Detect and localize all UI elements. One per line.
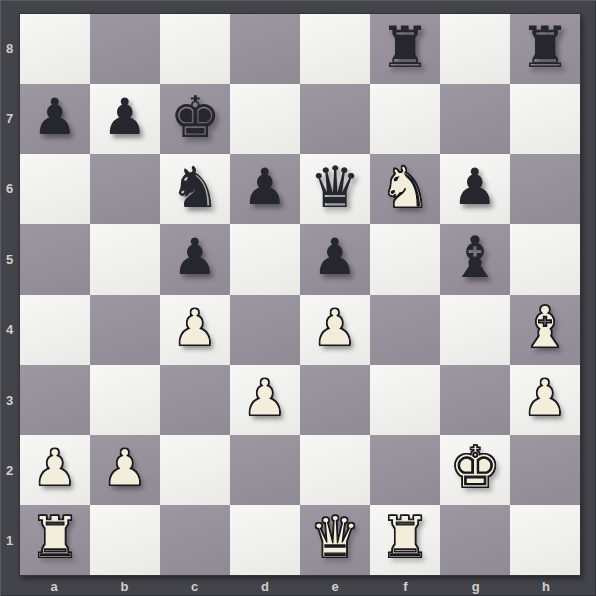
square-a1[interactable]: ♜ — [20, 505, 90, 575]
square-d7[interactable] — [230, 84, 300, 154]
square-b6[interactable] — [90, 154, 160, 224]
square-f5[interactable] — [370, 224, 440, 294]
file-label-f: f — [370, 576, 440, 596]
square-b4[interactable] — [90, 295, 160, 365]
square-a2[interactable]: ♟ — [20, 435, 90, 505]
square-h5[interactable] — [510, 224, 580, 294]
square-d3[interactable]: ♟ — [230, 365, 300, 435]
square-b2[interactable]: ♟ — [90, 435, 160, 505]
piece-black-pawn[interactable]: ♟ — [453, 162, 498, 212]
piece-white-king[interactable]: ♚ — [449, 439, 500, 496]
piece-white-queen[interactable]: ♛ — [309, 509, 360, 566]
square-h1[interactable] — [510, 505, 580, 575]
square-a3[interactable] — [20, 365, 90, 435]
square-g2[interactable]: ♚ — [440, 435, 510, 505]
square-h4[interactable]: ♝ — [510, 295, 580, 365]
square-a5[interactable] — [20, 224, 90, 294]
square-c5[interactable]: ♟ — [160, 224, 230, 294]
square-g4[interactable] — [440, 295, 510, 365]
square-f2[interactable] — [370, 435, 440, 505]
square-g1[interactable] — [440, 505, 510, 575]
square-f4[interactable] — [370, 295, 440, 365]
chess-board: ♜♜♟♟♚♞♟♛♞♟♟♟♝♟♟♝♟♟♟♟♚♜♛♜ — [19, 13, 581, 576]
rank-label-3: 3 — [0, 365, 19, 435]
piece-white-pawn[interactable]: ♟ — [523, 373, 568, 423]
square-g3[interactable] — [440, 365, 510, 435]
square-d4[interactable] — [230, 295, 300, 365]
piece-white-pawn[interactable]: ♟ — [243, 373, 288, 423]
square-e6[interactable]: ♛ — [300, 154, 370, 224]
square-g6[interactable]: ♟ — [440, 154, 510, 224]
rank-label-1: 1 — [0, 506, 19, 576]
file-label-d: d — [230, 576, 300, 596]
square-b3[interactable] — [90, 365, 160, 435]
piece-white-bishop[interactable]: ♝ — [519, 299, 570, 356]
rank-labels: 87654321 — [0, 13, 19, 576]
file-label-h: h — [511, 576, 581, 596]
piece-black-bishop[interactable]: ♝ — [449, 229, 500, 286]
piece-white-pawn[interactable]: ♟ — [313, 303, 358, 353]
square-c1[interactable] — [160, 505, 230, 575]
piece-black-king[interactable]: ♚ — [169, 89, 220, 146]
rank-label-6: 6 — [0, 154, 19, 224]
square-h7[interactable] — [510, 84, 580, 154]
square-d5[interactable] — [230, 224, 300, 294]
square-e8[interactable] — [300, 14, 370, 84]
square-c6[interactable]: ♞ — [160, 154, 230, 224]
square-c3[interactable] — [160, 365, 230, 435]
square-f3[interactable] — [370, 365, 440, 435]
piece-black-pawn[interactable]: ♟ — [33, 92, 78, 142]
square-h8[interactable]: ♜ — [510, 14, 580, 84]
square-d2[interactable] — [230, 435, 300, 505]
piece-black-rook[interactable]: ♜ — [519, 19, 570, 76]
square-f7[interactable] — [370, 84, 440, 154]
square-h2[interactable] — [510, 435, 580, 505]
piece-white-pawn[interactable]: ♟ — [33, 443, 78, 493]
square-b8[interactable] — [90, 14, 160, 84]
piece-white-rook[interactable]: ♜ — [29, 509, 80, 566]
square-c4[interactable]: ♟ — [160, 295, 230, 365]
square-a7[interactable]: ♟ — [20, 84, 90, 154]
file-label-c: c — [160, 576, 230, 596]
piece-black-queen[interactable]: ♛ — [309, 159, 360, 216]
square-c8[interactable] — [160, 14, 230, 84]
piece-white-rook[interactable]: ♜ — [379, 509, 430, 566]
file-label-g: g — [441, 576, 511, 596]
file-label-b: b — [89, 576, 159, 596]
piece-black-rook[interactable]: ♜ — [379, 19, 430, 76]
file-labels: abcdefgh — [19, 576, 581, 596]
square-b5[interactable] — [90, 224, 160, 294]
square-c2[interactable] — [160, 435, 230, 505]
rank-label-8: 8 — [0, 13, 19, 83]
square-a6[interactable] — [20, 154, 90, 224]
rank-label-7: 7 — [0, 83, 19, 153]
piece-black-pawn[interactable]: ♟ — [243, 162, 288, 212]
piece-white-pawn[interactable]: ♟ — [173, 303, 218, 353]
rank-label-4: 4 — [0, 295, 19, 365]
square-e5[interactable]: ♟ — [300, 224, 370, 294]
piece-black-pawn[interactable]: ♟ — [173, 232, 218, 282]
rank-label-2: 2 — [0, 435, 19, 505]
square-e3[interactable] — [300, 365, 370, 435]
square-b1[interactable] — [90, 505, 160, 575]
square-h6[interactable] — [510, 154, 580, 224]
square-e4[interactable]: ♟ — [300, 295, 370, 365]
piece-black-knight[interactable]: ♞ — [169, 159, 220, 216]
piece-black-pawn[interactable]: ♟ — [313, 232, 358, 282]
square-d8[interactable] — [230, 14, 300, 84]
square-g8[interactable] — [440, 14, 510, 84]
square-f1[interactable]: ♜ — [370, 505, 440, 575]
chess-board-window: 87654321 ♜♜♟♟♚♞♟♛♞♟♟♟♝♟♟♝♟♟♟♟♚♜♛♜ abcdef… — [0, 0, 596, 596]
square-a8[interactable] — [20, 14, 90, 84]
square-g7[interactable] — [440, 84, 510, 154]
square-h3[interactable]: ♟ — [510, 365, 580, 435]
square-f6[interactable]: ♞ — [370, 154, 440, 224]
square-e2[interactable] — [300, 435, 370, 505]
square-d6[interactable]: ♟ — [230, 154, 300, 224]
file-label-e: e — [300, 576, 370, 596]
square-f8[interactable]: ♜ — [370, 14, 440, 84]
file-label-a: a — [19, 576, 89, 596]
square-b7[interactable]: ♟ — [90, 84, 160, 154]
piece-black-pawn[interactable]: ♟ — [103, 92, 148, 142]
piece-white-knight[interactable]: ♞ — [379, 159, 430, 216]
rank-label-5: 5 — [0, 224, 19, 294]
square-c7[interactable]: ♚ — [160, 84, 230, 154]
piece-white-pawn[interactable]: ♟ — [103, 443, 148, 493]
square-d1[interactable] — [230, 505, 300, 575]
square-g5[interactable]: ♝ — [440, 224, 510, 294]
square-e7[interactable] — [300, 84, 370, 154]
square-a4[interactable] — [20, 295, 90, 365]
square-e1[interactable]: ♛ — [300, 505, 370, 575]
